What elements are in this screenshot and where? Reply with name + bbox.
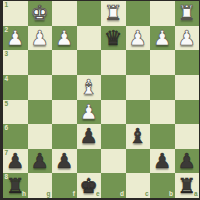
- square-h2[interactable]: 2♟: [3, 26, 28, 51]
- white-pawn-icon[interactable]: ♟: [80, 100, 98, 124]
- square-g3[interactable]: [28, 50, 53, 75]
- square-e6[interactable]: ♟: [77, 124, 102, 149]
- square-a8[interactable]: a♜: [175, 173, 200, 198]
- square-e1[interactable]: [77, 1, 102, 26]
- square-d7[interactable]: [101, 149, 126, 174]
- square-b4[interactable]: [150, 75, 175, 100]
- square-a1[interactable]: ♜: [175, 1, 200, 26]
- white-pawn-icon[interactable]: ♟: [55, 26, 73, 50]
- square-d1[interactable]: ♜: [101, 1, 126, 26]
- square-d2[interactable]: ♛: [101, 26, 126, 51]
- square-c2[interactable]: ♟: [126, 26, 151, 51]
- square-a2[interactable]: ♟: [175, 26, 200, 51]
- square-f6[interactable]: [52, 124, 77, 149]
- square-e3[interactable]: [77, 50, 102, 75]
- black-king-icon[interactable]: ♚: [80, 174, 98, 198]
- white-bishop-icon[interactable]: ♝: [80, 75, 98, 99]
- file-label-b: b: [169, 191, 173, 198]
- square-d6[interactable]: [101, 124, 126, 149]
- black-queen-icon[interactable]: ♛: [104, 26, 122, 50]
- square-e5[interactable]: ♟: [77, 100, 102, 125]
- black-rook-icon[interactable]: ♜: [6, 174, 24, 198]
- white-pawn-icon[interactable]: ♟: [31, 26, 49, 50]
- square-d4[interactable]: [101, 75, 126, 100]
- black-bishop-icon[interactable]: ♝: [129, 124, 147, 148]
- white-rook-icon[interactable]: ♜: [104, 1, 122, 25]
- rank-label-1: 1: [5, 2, 9, 9]
- square-h7[interactable]: 7♟: [3, 149, 28, 174]
- black-pawn-icon[interactable]: ♟: [80, 124, 98, 148]
- square-g7[interactable]: ♟: [28, 149, 53, 174]
- file-label-c: c: [145, 191, 149, 198]
- black-pawn-icon[interactable]: ♟: [178, 149, 196, 173]
- square-d8[interactable]: d: [101, 173, 126, 198]
- square-e8[interactable]: e♚: [77, 173, 102, 198]
- square-b1[interactable]: [150, 1, 175, 26]
- square-e7[interactable]: [77, 149, 102, 174]
- square-f5[interactable]: [52, 100, 77, 125]
- white-pawn-icon[interactable]: ♟: [6, 26, 24, 50]
- square-f3[interactable]: [52, 50, 77, 75]
- rank-label-6: 6: [5, 125, 9, 132]
- white-pawn-icon[interactable]: ♟: [178, 26, 196, 50]
- square-b5[interactable]: [150, 100, 175, 125]
- square-g8[interactable]: g: [28, 173, 53, 198]
- rank-label-5: 5: [5, 101, 9, 108]
- square-c7[interactable]: [126, 149, 151, 174]
- square-g6[interactable]: [28, 124, 53, 149]
- black-pawn-icon[interactable]: ♟: [153, 149, 171, 173]
- square-h8[interactable]: 8h♜: [3, 173, 28, 198]
- page-background: 1♚♜♜2♟♟♟♛♟♟♟34♝5♟6♟♝7♟♟♟♟♟8h♜gfe♚dcba♜: [0, 0, 200, 200]
- square-e2[interactable]: [77, 26, 102, 51]
- square-f1[interactable]: [52, 1, 77, 26]
- square-h1[interactable]: 1: [3, 1, 28, 26]
- square-b6[interactable]: [150, 124, 175, 149]
- square-d3[interactable]: [101, 50, 126, 75]
- square-c6[interactable]: ♝: [126, 124, 151, 149]
- white-king-icon[interactable]: ♚: [31, 1, 49, 25]
- square-f7[interactable]: ♟: [52, 149, 77, 174]
- square-a4[interactable]: [175, 75, 200, 100]
- square-g2[interactable]: ♟: [28, 26, 53, 51]
- file-label-f: f: [73, 191, 75, 198]
- square-f4[interactable]: [52, 75, 77, 100]
- square-h5[interactable]: 5: [3, 100, 28, 125]
- square-c3[interactable]: [126, 50, 151, 75]
- square-a5[interactable]: [175, 100, 200, 125]
- rank-label-4: 4: [5, 76, 9, 83]
- black-pawn-icon[interactable]: ♟: [6, 149, 24, 173]
- square-g1[interactable]: ♚: [28, 1, 53, 26]
- square-e4[interactable]: ♝: [77, 75, 102, 100]
- black-pawn-icon[interactable]: ♟: [31, 149, 49, 173]
- rank-label-3: 3: [5, 51, 9, 58]
- square-b2[interactable]: ♟: [150, 26, 175, 51]
- file-label-d: d: [120, 191, 124, 198]
- chess-board: 1♚♜♜2♟♟♟♛♟♟♟34♝5♟6♟♝7♟♟♟♟♟8h♜gfe♚dcba♜: [3, 1, 199, 198]
- black-rook-icon[interactable]: ♜: [178, 174, 196, 198]
- square-b7[interactable]: ♟: [150, 149, 175, 174]
- square-g4[interactable]: [28, 75, 53, 100]
- black-pawn-icon[interactable]: ♟: [55, 149, 73, 173]
- square-h4[interactable]: 4: [3, 75, 28, 100]
- square-b3[interactable]: [150, 50, 175, 75]
- square-b8[interactable]: b: [150, 173, 175, 198]
- white-pawn-icon[interactable]: ♟: [129, 26, 147, 50]
- square-c8[interactable]: c: [126, 173, 151, 198]
- square-c1[interactable]: [126, 1, 151, 26]
- square-c4[interactable]: [126, 75, 151, 100]
- square-d5[interactable]: [101, 100, 126, 125]
- square-a6[interactable]: [175, 124, 200, 149]
- square-f8[interactable]: f: [52, 173, 77, 198]
- white-pawn-icon[interactable]: ♟: [153, 26, 171, 50]
- square-f2[interactable]: ♟: [52, 26, 77, 51]
- file-label-g: g: [47, 191, 51, 198]
- square-c5[interactable]: [126, 100, 151, 125]
- square-g5[interactable]: [28, 100, 53, 125]
- square-h6[interactable]: 6: [3, 124, 28, 149]
- square-a7[interactable]: ♟: [175, 149, 200, 174]
- white-rook-icon[interactable]: ♜: [178, 1, 196, 25]
- square-a3[interactable]: [175, 50, 200, 75]
- square-h3[interactable]: 3: [3, 50, 28, 75]
